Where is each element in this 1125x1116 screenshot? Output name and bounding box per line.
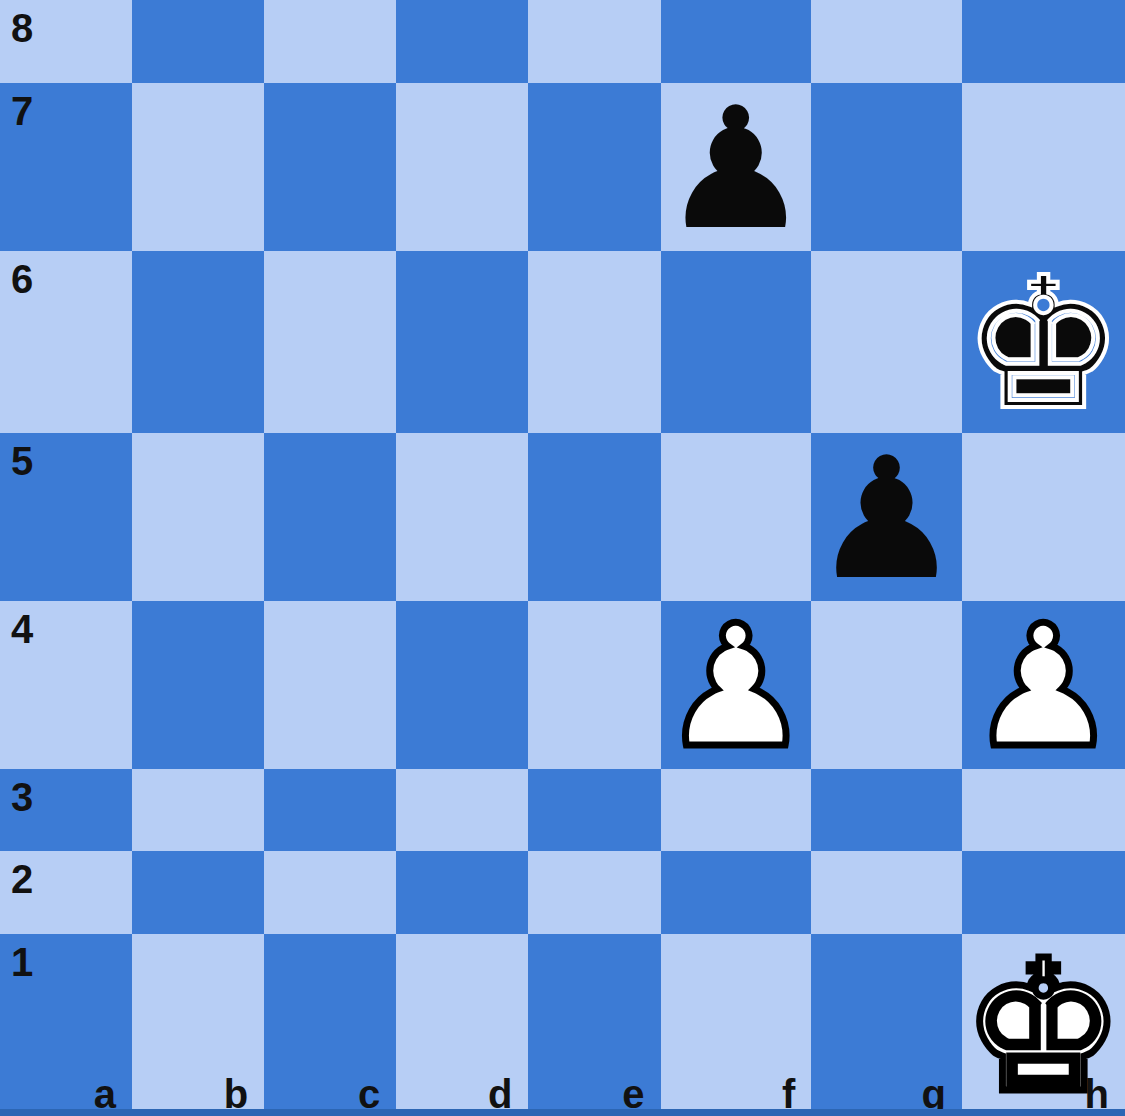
rank-label-4: 4 — [11, 609, 33, 649]
square-g2[interactable] — [811, 851, 962, 934]
square-f6[interactable] — [661, 251, 812, 433]
file-label-b: b — [224, 1074, 248, 1114]
square-a7[interactable]: 7 — [0, 83, 132, 251]
square-c7[interactable] — [264, 83, 396, 251]
square-b4[interactable] — [132, 601, 264, 769]
square-b2[interactable] — [132, 851, 264, 934]
black-pawn-g5[interactable]: ♟ — [811, 435, 962, 603]
square-f3[interactable] — [661, 769, 812, 852]
square-h1[interactable]: h♚ — [962, 934, 1125, 1116]
square-d6[interactable] — [396, 251, 528, 433]
square-e2[interactable] — [528, 851, 660, 934]
square-a4[interactable]: 4 — [0, 601, 132, 769]
square-g3[interactable] — [811, 769, 962, 852]
square-a2[interactable]: 2 — [0, 851, 132, 934]
square-d5[interactable] — [396, 433, 528, 601]
rank-label-1: 1 — [11, 942, 33, 982]
square-b5[interactable] — [132, 433, 264, 601]
square-e1[interactable]: e — [528, 934, 660, 1116]
white-pawn-h4[interactable]: ♟ — [968, 603, 1119, 771]
rank-label-7: 7 — [11, 91, 33, 131]
square-g8[interactable] — [811, 0, 962, 83]
square-c6[interactable] — [264, 251, 396, 433]
square-e7[interactable] — [528, 83, 660, 251]
square-b6[interactable] — [132, 251, 264, 433]
square-h5[interactable] — [962, 433, 1125, 601]
square-b3[interactable] — [132, 769, 264, 852]
file-label-f: f — [782, 1074, 795, 1114]
square-d8[interactable] — [396, 0, 528, 83]
square-c5[interactable] — [264, 433, 396, 601]
square-e8[interactable] — [528, 0, 660, 83]
white-king-h1[interactable]: ♚ — [962, 936, 1125, 1116]
white-pawn-f4[interactable]: ♟ — [661, 603, 812, 771]
square-c3[interactable] — [264, 769, 396, 852]
chess-board: 87♟6♚5♟4♟♟321abcdefgh♚ — [0, 0, 1125, 1116]
square-a1[interactable]: 1a — [0, 934, 132, 1116]
square-h7[interactable] — [962, 83, 1125, 251]
rank-label-3: 3 — [11, 777, 33, 817]
square-b7[interactable] — [132, 83, 264, 251]
square-h3[interactable] — [962, 769, 1125, 852]
square-c4[interactable] — [264, 601, 396, 769]
black-king-h6[interactable]: ♚ — [962, 253, 1125, 435]
file-label-e: e — [622, 1074, 644, 1114]
rank-label-6: 6 — [11, 259, 33, 299]
square-g4[interactable] — [811, 601, 962, 769]
square-a8[interactable]: 8 — [0, 0, 132, 83]
board-bottom-edge — [0, 1109, 1125, 1116]
file-label-g: g — [921, 1074, 945, 1114]
chess-board-container: 87♟6♚5♟4♟♟321abcdefgh♚ — [0, 0, 1125, 1116]
square-e6[interactable] — [528, 251, 660, 433]
square-e3[interactable] — [528, 769, 660, 852]
square-e5[interactable] — [528, 433, 660, 601]
square-h8[interactable] — [962, 0, 1125, 83]
square-d1[interactable]: d — [396, 934, 528, 1116]
file-label-a: a — [94, 1074, 116, 1114]
square-g1[interactable]: g — [811, 934, 962, 1116]
square-g5[interactable]: ♟ — [811, 433, 962, 601]
rank-label-2: 2 — [11, 859, 33, 899]
square-f5[interactable] — [661, 433, 812, 601]
square-c8[interactable] — [264, 0, 396, 83]
square-b8[interactable] — [132, 0, 264, 83]
square-h4[interactable]: ♟ — [962, 601, 1125, 769]
square-f1[interactable]: f — [661, 934, 812, 1116]
square-e4[interactable] — [528, 601, 660, 769]
square-a6[interactable]: 6 — [0, 251, 132, 433]
black-pawn-f7[interactable]: ♟ — [661, 85, 812, 253]
square-d3[interactable] — [396, 769, 528, 852]
square-d4[interactable] — [396, 601, 528, 769]
square-h6[interactable]: ♚ — [962, 251, 1125, 433]
square-b1[interactable]: b — [132, 934, 264, 1116]
square-d2[interactable] — [396, 851, 528, 934]
square-f2[interactable] — [661, 851, 812, 934]
square-g6[interactable] — [811, 251, 962, 433]
file-label-c: c — [358, 1074, 380, 1114]
square-d7[interactable] — [396, 83, 528, 251]
square-f4[interactable]: ♟ — [661, 601, 812, 769]
square-c1[interactable]: c — [264, 934, 396, 1116]
square-c2[interactable] — [264, 851, 396, 934]
square-f7[interactable]: ♟ — [661, 83, 812, 251]
square-g7[interactable] — [811, 83, 962, 251]
file-label-d: d — [488, 1074, 512, 1114]
square-a5[interactable]: 5 — [0, 433, 132, 601]
rank-label-8: 8 — [11, 8, 33, 48]
square-a3[interactable]: 3 — [0, 769, 132, 852]
rank-label-5: 5 — [11, 441, 33, 481]
